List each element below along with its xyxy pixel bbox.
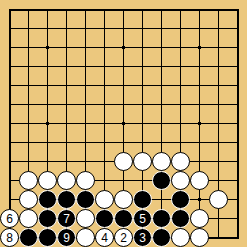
star-point [198, 122, 201, 125]
intersection[interactable] [57, 38, 76, 57]
white-stone [19, 209, 38, 228]
black-stone: 3 [133, 228, 152, 247]
intersection[interactable] [0, 19, 19, 38]
intersection[interactable] [152, 133, 171, 152]
intersection[interactable] [76, 95, 95, 114]
intersection[interactable] [209, 19, 228, 38]
black-stone [114, 209, 133, 228]
black-stone [38, 228, 57, 247]
black-stone [57, 190, 76, 209]
black-stone [152, 228, 171, 247]
intersection[interactable] [19, 38, 38, 57]
intersection[interactable] [114, 57, 133, 76]
intersection[interactable] [171, 76, 190, 95]
intersection[interactable] [228, 57, 247, 76]
white-stone: 6 [0, 209, 19, 228]
intersection[interactable] [114, 209, 133, 228]
intersection[interactable] [171, 152, 190, 171]
intersection[interactable] [95, 57, 114, 76]
intersection[interactable] [114, 114, 133, 133]
white-stone [76, 171, 95, 190]
intersection[interactable] [38, 0, 57, 19]
intersection[interactable] [0, 38, 19, 57]
intersection[interactable] [152, 171, 171, 190]
intersection[interactable] [171, 57, 190, 76]
white-stone [114, 152, 133, 171]
white-stone [133, 152, 152, 171]
intersection[interactable] [171, 133, 190, 152]
move-number-label: 7 [63, 213, 70, 225]
intersection[interactable] [190, 0, 209, 19]
intersection[interactable] [114, 133, 133, 152]
intersection[interactable] [152, 76, 171, 95]
intersection[interactable] [38, 114, 57, 133]
white-stone [76, 228, 95, 247]
intersection[interactable] [95, 152, 114, 171]
intersection[interactable] [209, 171, 228, 190]
intersection[interactable] [95, 95, 114, 114]
black-stone [76, 190, 95, 209]
white-stone [171, 171, 190, 190]
intersection[interactable] [133, 19, 152, 38]
intersection[interactable] [38, 190, 57, 209]
intersection[interactable] [95, 133, 114, 152]
move-number-label: 6 [6, 213, 13, 225]
intersection[interactable] [209, 190, 228, 209]
intersection[interactable] [38, 19, 57, 38]
intersection[interactable]: 9 [57, 228, 76, 247]
intersection[interactable] [114, 38, 133, 57]
intersection[interactable] [133, 152, 152, 171]
intersection[interactable] [57, 171, 76, 190]
intersection[interactable] [209, 76, 228, 95]
intersection[interactable] [76, 171, 95, 190]
intersection[interactable] [57, 190, 76, 209]
intersection[interactable] [152, 95, 171, 114]
intersection[interactable] [76, 0, 95, 19]
intersection[interactable] [209, 38, 228, 57]
intersection[interactable] [228, 228, 247, 247]
intersection[interactable] [38, 95, 57, 114]
intersection[interactable] [152, 57, 171, 76]
intersection[interactable] [228, 133, 247, 152]
intersection[interactable] [228, 171, 247, 190]
intersection[interactable] [190, 190, 209, 209]
intersection[interactable] [38, 38, 57, 57]
intersection[interactable] [152, 38, 171, 57]
intersection[interactable] [19, 19, 38, 38]
white-stone [57, 171, 76, 190]
intersection[interactable] [171, 209, 190, 228]
intersection[interactable] [114, 76, 133, 95]
intersection[interactable] [76, 114, 95, 133]
white-stone [19, 190, 38, 209]
intersection[interactable] [152, 209, 171, 228]
intersection[interactable] [152, 19, 171, 38]
intersection[interactable] [209, 152, 228, 171]
intersection[interactable] [76, 209, 95, 228]
intersection[interactable] [95, 0, 114, 19]
intersection[interactable] [190, 228, 209, 247]
intersection[interactable] [228, 38, 247, 57]
white-stone [190, 209, 209, 228]
intersection[interactable] [190, 95, 209, 114]
intersection[interactable] [133, 0, 152, 19]
intersection[interactable] [171, 95, 190, 114]
white-stone [38, 171, 57, 190]
intersection[interactable] [171, 171, 190, 190]
intersection[interactable] [57, 133, 76, 152]
intersection[interactable] [95, 38, 114, 57]
intersection[interactable] [190, 114, 209, 133]
intersection[interactable] [171, 228, 190, 247]
intersection[interactable] [171, 0, 190, 19]
intersection[interactable] [114, 152, 133, 171]
intersection[interactable] [228, 152, 247, 171]
intersection[interactable]: 4 [95, 228, 114, 247]
intersection[interactable] [152, 114, 171, 133]
intersection[interactable] [114, 95, 133, 114]
intersection[interactable] [228, 209, 247, 228]
intersection[interactable] [133, 114, 152, 133]
intersection[interactable] [0, 76, 19, 95]
intersection[interactable] [0, 114, 19, 133]
intersection[interactable] [0, 95, 19, 114]
intersection[interactable] [76, 228, 95, 247]
white-stone [19, 171, 38, 190]
intersection[interactable] [38, 209, 57, 228]
intersection[interactable] [152, 152, 171, 171]
black-stone: 9 [57, 228, 76, 247]
intersection[interactable] [152, 0, 171, 19]
intersection[interactable] [114, 171, 133, 190]
intersection[interactable] [0, 171, 19, 190]
intersection[interactable] [171, 114, 190, 133]
intersection[interactable] [76, 152, 95, 171]
intersection[interactable] [38, 76, 57, 95]
intersection[interactable] [57, 114, 76, 133]
intersection[interactable] [0, 152, 19, 171]
star-point [198, 198, 201, 201]
white-stone [209, 190, 228, 209]
intersection[interactable] [133, 38, 152, 57]
intersection[interactable]: 7 [57, 209, 76, 228]
move-number-label: 9 [63, 232, 70, 244]
board-grid: 67589423 [0, 0, 247, 247]
intersection[interactable] [19, 76, 38, 95]
intersection[interactable] [76, 57, 95, 76]
intersection[interactable] [19, 171, 38, 190]
white-stone [171, 228, 190, 247]
intersection[interactable] [19, 95, 38, 114]
move-number-label: 5 [139, 213, 146, 225]
black-stone [133, 190, 152, 209]
black-stone [19, 228, 38, 247]
intersection[interactable] [228, 190, 247, 209]
intersection[interactable] [95, 190, 114, 209]
intersection[interactable] [190, 19, 209, 38]
intersection[interactable] [19, 209, 38, 228]
black-stone [171, 209, 190, 228]
black-stone [38, 190, 57, 209]
intersection[interactable] [228, 95, 247, 114]
intersection[interactable] [76, 190, 95, 209]
intersection[interactable] [19, 133, 38, 152]
intersection[interactable] [0, 57, 19, 76]
black-stone [152, 209, 171, 228]
intersection[interactable] [114, 0, 133, 19]
black-stone [95, 209, 114, 228]
intersection[interactable]: 8 [0, 228, 19, 247]
intersection[interactable] [19, 57, 38, 76]
intersection[interactable] [57, 0, 76, 19]
intersection[interactable] [209, 133, 228, 152]
intersection[interactable] [133, 95, 152, 114]
intersection[interactable] [114, 19, 133, 38]
intersection[interactable] [228, 76, 247, 95]
intersection[interactable] [209, 209, 228, 228]
white-stone: 2 [114, 228, 133, 247]
intersection[interactable] [19, 152, 38, 171]
intersection[interactable] [95, 171, 114, 190]
go-board-diagram: 67589423 [0, 0, 247, 247]
intersection[interactable] [133, 190, 152, 209]
intersection[interactable] [76, 133, 95, 152]
intersection[interactable] [76, 19, 95, 38]
intersection[interactable] [57, 95, 76, 114]
white-stone [171, 152, 190, 171]
move-number-label: 4 [101, 232, 108, 244]
black-stone: 7 [57, 209, 76, 228]
intersection[interactable] [95, 209, 114, 228]
intersection[interactable] [95, 76, 114, 95]
intersection[interactable] [38, 133, 57, 152]
star-point [46, 46, 49, 49]
intersection[interactable] [209, 0, 228, 19]
intersection[interactable] [19, 190, 38, 209]
intersection[interactable] [0, 190, 19, 209]
intersection[interactable]: 6 [0, 209, 19, 228]
intersection[interactable] [133, 57, 152, 76]
star-point [198, 46, 201, 49]
black-stone: 5 [133, 209, 152, 228]
intersection[interactable] [133, 76, 152, 95]
intersection[interactable] [190, 209, 209, 228]
intersection[interactable] [0, 0, 19, 19]
intersection[interactable] [190, 57, 209, 76]
move-number-label: 2 [120, 232, 127, 244]
intersection[interactable] [209, 114, 228, 133]
intersection[interactable] [190, 171, 209, 190]
intersection[interactable] [95, 19, 114, 38]
intersection[interactable] [57, 57, 76, 76]
white-stone [95, 190, 114, 209]
intersection[interactable] [38, 57, 57, 76]
intersection[interactable] [190, 76, 209, 95]
intersection[interactable] [209, 57, 228, 76]
black-stone [38, 209, 57, 228]
intersection[interactable] [114, 190, 133, 209]
intersection[interactable] [19, 114, 38, 133]
intersection[interactable] [190, 152, 209, 171]
intersection[interactable] [209, 228, 228, 247]
intersection[interactable] [76, 76, 95, 95]
intersection[interactable] [190, 133, 209, 152]
white-stone [76, 209, 95, 228]
move-number-label: 8 [6, 232, 13, 244]
intersection[interactable] [228, 19, 247, 38]
intersection[interactable] [95, 114, 114, 133]
intersection[interactable] [228, 0, 247, 19]
white-stone [152, 152, 171, 171]
star-point [122, 46, 125, 49]
intersection[interactable] [171, 38, 190, 57]
intersection[interactable] [19, 228, 38, 247]
intersection[interactable] [133, 133, 152, 152]
intersection[interactable] [228, 114, 247, 133]
intersection[interactable] [57, 76, 76, 95]
star-point [122, 122, 125, 125]
white-stone: 4 [95, 228, 114, 247]
intersection[interactable] [209, 95, 228, 114]
star-point [46, 122, 49, 125]
move-number-label: 3 [139, 232, 146, 244]
white-stone [114, 190, 133, 209]
intersection[interactable] [38, 152, 57, 171]
intersection[interactable]: 5 [133, 209, 152, 228]
intersection[interactable] [0, 133, 19, 152]
intersection[interactable] [19, 0, 38, 19]
intersection[interactable]: 3 [133, 228, 152, 247]
intersection[interactable]: 2 [114, 228, 133, 247]
intersection[interactable] [133, 171, 152, 190]
intersection[interactable] [171, 19, 190, 38]
intersection[interactable] [152, 228, 171, 247]
black-stone [152, 171, 171, 190]
intersection[interactable] [38, 171, 57, 190]
intersection[interactable] [38, 228, 57, 247]
intersection[interactable] [57, 19, 76, 38]
intersection[interactable] [76, 38, 95, 57]
white-stone: 8 [0, 228, 19, 247]
intersection[interactable] [171, 190, 190, 209]
white-stone [190, 171, 209, 190]
intersection[interactable] [152, 190, 171, 209]
intersection[interactable] [190, 38, 209, 57]
black-stone [171, 190, 190, 209]
white-stone [190, 228, 209, 247]
intersection[interactable] [57, 152, 76, 171]
